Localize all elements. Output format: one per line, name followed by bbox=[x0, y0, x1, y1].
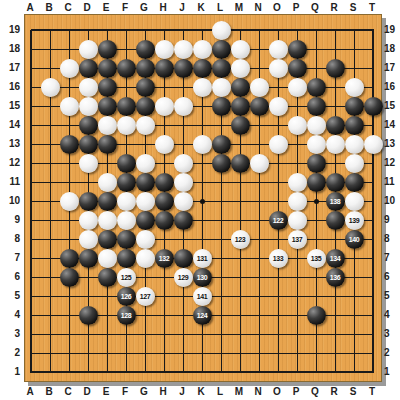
black-stone-J17[interactable] bbox=[174, 59, 193, 78]
white-stone-S16[interactable] bbox=[345, 78, 364, 97]
black-stone-S11[interactable] bbox=[345, 173, 364, 192]
row-label-12-right: 12 bbox=[384, 157, 400, 168]
hoshi-point bbox=[200, 199, 205, 204]
black-stone-G9[interactable] bbox=[136, 211, 155, 230]
black-stone-L12[interactable] bbox=[212, 154, 231, 173]
column-label-G-bottom: G bbox=[138, 386, 150, 397]
white-stone-C17[interactable] bbox=[60, 59, 79, 78]
grid-line-vertical bbox=[372, 30, 374, 373]
move-number-label: 139 bbox=[349, 217, 359, 224]
column-label-B-bottom: B bbox=[43, 386, 55, 397]
black-stone-C7[interactable] bbox=[60, 249, 79, 268]
white-stone-P14[interactable] bbox=[288, 116, 307, 135]
black-stone-P18[interactable] bbox=[288, 40, 307, 59]
column-label-F-bottom: F bbox=[119, 386, 131, 397]
hoshi-point bbox=[314, 199, 319, 204]
black-stone-G15[interactable] bbox=[136, 97, 155, 116]
row-label-6-right: 6 bbox=[384, 271, 400, 282]
white-stone-E9[interactable] bbox=[98, 211, 117, 230]
column-label-E-top: E bbox=[100, 2, 112, 13]
column-label-M-bottom: M bbox=[233, 386, 245, 397]
white-stone-G12[interactable] bbox=[136, 154, 155, 173]
row-label-4-left: 4 bbox=[4, 309, 20, 320]
row-label-16-left: 16 bbox=[4, 81, 20, 92]
column-label-C-top: C bbox=[62, 2, 74, 13]
black-stone-F17[interactable] bbox=[117, 59, 136, 78]
white-stone-F10[interactable] bbox=[117, 192, 136, 211]
row-label-18-right: 18 bbox=[384, 43, 400, 54]
black-stone-D13[interactable] bbox=[79, 135, 98, 154]
black-stone-G11[interactable] bbox=[136, 173, 155, 192]
white-stone-O15[interactable] bbox=[269, 97, 288, 116]
black-stone-K4[interactable]: 124 bbox=[193, 306, 212, 325]
column-label-C-bottom: C bbox=[62, 386, 74, 397]
black-stone-R10[interactable]: 138 bbox=[326, 192, 345, 211]
white-stone-K5[interactable]: 141 bbox=[193, 287, 212, 306]
black-stone-D17[interactable] bbox=[79, 59, 98, 78]
move-number-label: 123 bbox=[235, 236, 245, 243]
move-number-label: 129 bbox=[178, 274, 188, 281]
row-label-4-right: 4 bbox=[384, 309, 400, 320]
black-stone-S14[interactable] bbox=[345, 116, 364, 135]
grid-line-vertical bbox=[278, 30, 279, 373]
white-stone-M17[interactable] bbox=[231, 59, 250, 78]
black-stone-H10[interactable] bbox=[155, 192, 174, 211]
column-label-T-top: T bbox=[366, 2, 378, 13]
black-stone-L15[interactable] bbox=[212, 97, 231, 116]
black-stone-R14[interactable] bbox=[326, 116, 345, 135]
move-number-label: 124 bbox=[197, 312, 207, 319]
black-stone-E17[interactable] bbox=[98, 59, 117, 78]
move-number-label: 138 bbox=[330, 198, 340, 205]
black-stone-C6[interactable] bbox=[60, 268, 79, 287]
black-stone-L13[interactable] bbox=[212, 135, 231, 154]
row-label-9-right: 9 bbox=[384, 214, 400, 225]
white-stone-H13[interactable] bbox=[155, 135, 174, 154]
white-stone-P8[interactable]: 137 bbox=[288, 230, 307, 249]
white-stone-J10[interactable] bbox=[174, 192, 193, 211]
row-label-14-right: 14 bbox=[384, 119, 400, 130]
white-stone-G7[interactable] bbox=[136, 249, 155, 268]
black-stone-E6[interactable] bbox=[98, 268, 117, 287]
row-label-5-left: 5 bbox=[4, 290, 20, 301]
black-stone-G18[interactable] bbox=[136, 40, 155, 59]
white-stone-Q13[interactable] bbox=[307, 135, 326, 154]
column-label-J-bottom: J bbox=[176, 386, 188, 397]
black-stone-K17[interactable] bbox=[193, 59, 212, 78]
white-stone-P10[interactable] bbox=[288, 192, 307, 211]
white-stone-S9[interactable]: 139 bbox=[345, 211, 364, 230]
row-label-6-left: 6 bbox=[4, 271, 20, 282]
column-label-A-bottom: A bbox=[24, 386, 36, 397]
move-number-label: 126 bbox=[121, 293, 131, 300]
move-number-label: 140 bbox=[349, 236, 359, 243]
row-label-17-right: 17 bbox=[384, 62, 400, 73]
row-label-9-left: 9 bbox=[4, 214, 20, 225]
column-label-O-top: O bbox=[271, 2, 283, 13]
white-stone-J11[interactable] bbox=[174, 173, 193, 192]
row-label-1-left: 1 bbox=[4, 366, 20, 377]
row-label-12-left: 12 bbox=[4, 157, 20, 168]
black-stone-D4[interactable] bbox=[79, 306, 98, 325]
column-label-D-bottom: D bbox=[81, 386, 93, 397]
white-stone-O13[interactable] bbox=[269, 135, 288, 154]
column-label-F-top: F bbox=[119, 2, 131, 13]
column-label-D-top: D bbox=[81, 2, 93, 13]
row-label-7-left: 7 bbox=[4, 252, 20, 263]
row-label-3-left: 3 bbox=[4, 328, 20, 339]
white-stone-O7[interactable]: 133 bbox=[269, 249, 288, 268]
row-label-17-left: 17 bbox=[4, 62, 20, 73]
row-label-15-right: 15 bbox=[384, 100, 400, 111]
white-stone-J6[interactable]: 129 bbox=[174, 268, 193, 287]
white-stone-D18[interactable] bbox=[79, 40, 98, 59]
row-label-14-left: 14 bbox=[4, 119, 20, 130]
white-stone-G14[interactable] bbox=[136, 116, 155, 135]
black-stone-G17[interactable] bbox=[136, 59, 155, 78]
go-game-screen: 1381221391231371401321311331351341251291… bbox=[0, 0, 400, 400]
white-stone-F6[interactable]: 125 bbox=[117, 268, 136, 287]
black-stone-M12[interactable] bbox=[231, 154, 250, 173]
black-stone-R17[interactable] bbox=[326, 59, 345, 78]
black-stone-F15[interactable] bbox=[117, 97, 136, 116]
column-label-J-top: J bbox=[176, 2, 188, 13]
black-stone-M16[interactable] bbox=[231, 78, 250, 97]
column-label-T-bottom: T bbox=[366, 386, 378, 397]
move-number-label: 132 bbox=[159, 255, 169, 262]
row-label-10-left: 10 bbox=[4, 195, 20, 206]
row-label-18-left: 18 bbox=[4, 43, 20, 54]
white-stone-D12[interactable] bbox=[79, 154, 98, 173]
white-stone-K16[interactable] bbox=[193, 78, 212, 97]
white-stone-K7[interactable]: 131 bbox=[193, 249, 212, 268]
column-label-K-top: K bbox=[195, 2, 207, 13]
white-stone-C10[interactable] bbox=[60, 192, 79, 211]
white-stone-T13[interactable] bbox=[364, 135, 383, 154]
column-label-L-top: L bbox=[214, 2, 226, 13]
row-label-3-right: 3 bbox=[384, 328, 400, 339]
black-stone-D10[interactable] bbox=[79, 192, 98, 211]
white-stone-M8[interactable]: 123 bbox=[231, 230, 250, 249]
row-label-8-left: 8 bbox=[4, 233, 20, 244]
move-number-label: 127 bbox=[140, 293, 150, 300]
white-stone-O18[interactable] bbox=[269, 40, 288, 59]
column-label-M-top: M bbox=[233, 2, 245, 13]
column-label-B-top: B bbox=[43, 2, 55, 13]
column-label-A-top: A bbox=[24, 2, 36, 13]
black-stone-F5[interactable]: 126 bbox=[117, 287, 136, 306]
row-label-13-right: 13 bbox=[384, 138, 400, 149]
white-stone-R13[interactable] bbox=[326, 135, 345, 154]
white-stone-D16[interactable] bbox=[79, 78, 98, 97]
white-stone-S10[interactable] bbox=[345, 192, 364, 211]
black-stone-R6[interactable]: 136 bbox=[326, 268, 345, 287]
white-stone-E7[interactable] bbox=[98, 249, 117, 268]
column-label-P-top: P bbox=[290, 2, 302, 13]
black-stone-Q15[interactable] bbox=[307, 97, 326, 116]
black-stone-P17[interactable] bbox=[288, 59, 307, 78]
row-label-8-right: 8 bbox=[384, 233, 400, 244]
black-stone-F8[interactable] bbox=[117, 230, 136, 249]
white-stone-G8[interactable] bbox=[136, 230, 155, 249]
black-stone-E13[interactable] bbox=[98, 135, 117, 154]
column-label-K-bottom: K bbox=[195, 386, 207, 397]
black-stone-H9[interactable] bbox=[155, 211, 174, 230]
black-stone-L18[interactable] bbox=[212, 40, 231, 59]
black-stone-F4[interactable]: 128 bbox=[117, 306, 136, 325]
white-stone-H15[interactable] bbox=[155, 97, 174, 116]
column-label-S-top: S bbox=[347, 2, 359, 13]
column-label-Q-top: Q bbox=[309, 2, 321, 13]
black-stone-F11[interactable] bbox=[117, 173, 136, 192]
go-board[interactable]: 1381221391231371401321311331351341251291… bbox=[24, 14, 382, 382]
row-label-1-right: 1 bbox=[384, 366, 400, 377]
black-stone-F7[interactable] bbox=[117, 249, 136, 268]
black-stone-J7[interactable] bbox=[174, 249, 193, 268]
row-label-13-left: 13 bbox=[4, 138, 20, 149]
row-label-19-right: 19 bbox=[384, 24, 400, 35]
black-stone-T15[interactable] bbox=[364, 97, 383, 116]
black-stone-Q16[interactable] bbox=[307, 78, 326, 97]
white-stone-J15[interactable] bbox=[174, 97, 193, 116]
black-stone-M15[interactable] bbox=[231, 97, 250, 116]
black-stone-H7[interactable]: 132 bbox=[155, 249, 174, 268]
move-number-label: 141 bbox=[197, 293, 207, 300]
white-stone-M18[interactable] bbox=[231, 40, 250, 59]
column-label-S-bottom: S bbox=[347, 386, 359, 397]
row-label-16-right: 16 bbox=[384, 81, 400, 92]
move-number-label: 125 bbox=[121, 274, 131, 281]
row-label-19-left: 19 bbox=[4, 24, 20, 35]
row-label-5-right: 5 bbox=[384, 290, 400, 301]
black-stone-E8[interactable] bbox=[98, 230, 117, 249]
black-stone-E16[interactable] bbox=[98, 78, 117, 97]
white-stone-E14[interactable] bbox=[98, 116, 117, 135]
white-stone-H18[interactable] bbox=[155, 40, 174, 59]
black-stone-N15[interactable] bbox=[250, 97, 269, 116]
black-stone-R9[interactable] bbox=[326, 211, 345, 230]
column-label-N-bottom: N bbox=[252, 386, 264, 397]
white-stone-P11[interactable] bbox=[288, 173, 307, 192]
white-stone-L19[interactable] bbox=[212, 21, 231, 40]
white-stone-D15[interactable] bbox=[79, 97, 98, 116]
move-number-label: 137 bbox=[292, 236, 302, 243]
row-label-11-left: 11 bbox=[4, 176, 20, 187]
white-stone-F14[interactable] bbox=[117, 116, 136, 135]
white-stone-F9[interactable] bbox=[117, 211, 136, 230]
black-stone-E18[interactable] bbox=[98, 40, 117, 59]
black-stone-K6[interactable]: 130 bbox=[193, 268, 212, 287]
move-number-label: 133 bbox=[273, 255, 283, 262]
row-label-7-right: 7 bbox=[384, 252, 400, 263]
white-stone-S12[interactable] bbox=[345, 154, 364, 173]
move-number-label: 134 bbox=[330, 255, 340, 262]
grid-line-horizontal bbox=[31, 334, 374, 335]
black-stone-R7[interactable]: 134 bbox=[326, 249, 345, 268]
move-number-label: 128 bbox=[121, 312, 131, 319]
move-number-label: 131 bbox=[197, 255, 207, 262]
row-label-2-right: 2 bbox=[384, 347, 400, 358]
white-stone-Q7[interactable]: 135 bbox=[307, 249, 326, 268]
row-label-15-left: 15 bbox=[4, 100, 20, 111]
column-label-O-bottom: O bbox=[271, 386, 283, 397]
column-label-G-top: G bbox=[138, 2, 150, 13]
black-stone-Q11[interactable] bbox=[307, 173, 326, 192]
column-label-R-bottom: R bbox=[328, 386, 340, 397]
column-label-R-top: R bbox=[328, 2, 340, 13]
black-stone-S8[interactable]: 140 bbox=[345, 230, 364, 249]
black-stone-G16[interactable] bbox=[136, 78, 155, 97]
white-stone-J18[interactable] bbox=[174, 40, 193, 59]
black-stone-M14[interactable] bbox=[231, 116, 250, 135]
white-stone-K18[interactable] bbox=[193, 40, 212, 59]
white-stone-O17[interactable] bbox=[269, 59, 288, 78]
grid-line-horizontal bbox=[31, 353, 374, 354]
column-label-H-top: H bbox=[157, 2, 169, 13]
black-stone-E10[interactable] bbox=[98, 192, 117, 211]
white-stone-K13[interactable] bbox=[193, 135, 212, 154]
column-label-H-bottom: H bbox=[157, 386, 169, 397]
move-number-label: 122 bbox=[273, 217, 283, 224]
column-label-Q-bottom: Q bbox=[309, 386, 321, 397]
grid-line-horizontal bbox=[31, 371, 374, 373]
white-stone-J12[interactable] bbox=[174, 154, 193, 173]
white-stone-D9[interactable] bbox=[79, 211, 98, 230]
white-stone-L16[interactable] bbox=[212, 78, 231, 97]
white-stone-D8[interactable] bbox=[79, 230, 98, 249]
column-label-P-bottom: P bbox=[290, 386, 302, 397]
white-stone-N12[interactable] bbox=[250, 154, 269, 173]
black-stone-S15[interactable] bbox=[345, 97, 364, 116]
white-stone-G5[interactable]: 127 bbox=[136, 287, 155, 306]
black-stone-O9[interactable]: 122 bbox=[269, 211, 288, 230]
row-label-2-left: 2 bbox=[4, 347, 20, 358]
black-stone-Q12[interactable] bbox=[307, 154, 326, 173]
white-stone-C15[interactable] bbox=[60, 97, 79, 116]
black-stone-D14[interactable] bbox=[79, 116, 98, 135]
black-stone-R11[interactable] bbox=[326, 173, 345, 192]
black-stone-H11[interactable] bbox=[155, 173, 174, 192]
row-label-11-right: 11 bbox=[384, 176, 400, 187]
black-stone-L17[interactable] bbox=[212, 59, 231, 78]
black-stone-D7[interactable] bbox=[79, 249, 98, 268]
white-stone-P9[interactable] bbox=[288, 211, 307, 230]
black-stone-Q4[interactable] bbox=[307, 306, 326, 325]
white-stone-B16[interactable] bbox=[41, 78, 60, 97]
white-stone-Q14[interactable] bbox=[307, 116, 326, 135]
move-number-label: 130 bbox=[197, 274, 207, 281]
black-stone-E15[interactable] bbox=[98, 97, 117, 116]
white-stone-E11[interactable] bbox=[98, 173, 117, 192]
white-stone-P16[interactable] bbox=[288, 78, 307, 97]
column-label-E-bottom: E bbox=[100, 386, 112, 397]
move-number-label: 136 bbox=[330, 274, 340, 281]
black-stone-H17[interactable] bbox=[155, 59, 174, 78]
white-stone-G10[interactable] bbox=[136, 192, 155, 211]
black-stone-J9[interactable] bbox=[174, 211, 193, 230]
white-stone-N16[interactable] bbox=[250, 78, 269, 97]
move-number-label: 135 bbox=[311, 255, 321, 262]
white-stone-S13[interactable] bbox=[345, 135, 364, 154]
black-stone-C13[interactable] bbox=[60, 135, 79, 154]
row-label-10-right: 10 bbox=[384, 195, 400, 206]
column-label-N-top: N bbox=[252, 2, 264, 13]
black-stone-F12[interactable] bbox=[117, 154, 136, 173]
column-label-L-bottom: L bbox=[214, 386, 226, 397]
